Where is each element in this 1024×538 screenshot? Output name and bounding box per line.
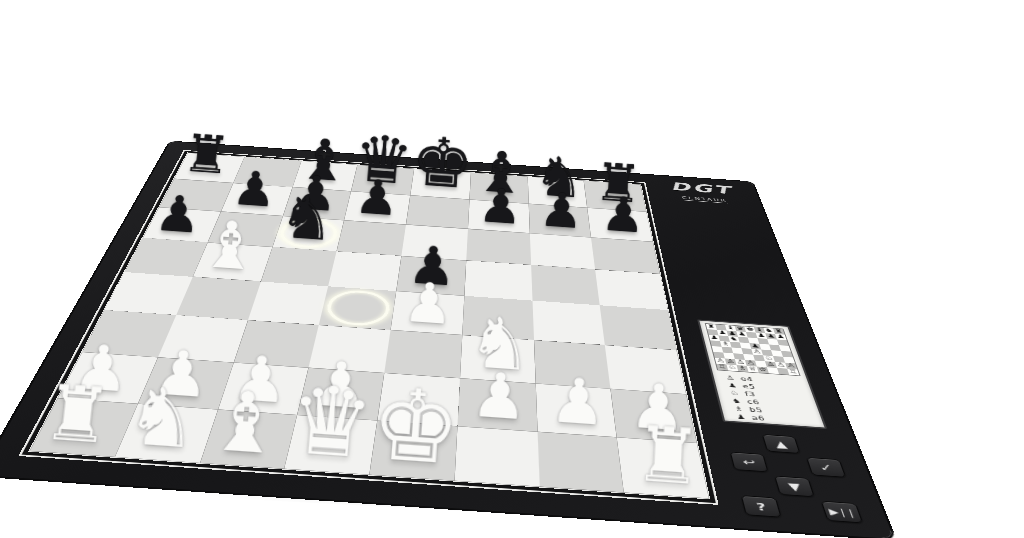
- move-piece-icon: ♟: [734, 413, 749, 421]
- display-piece: ♙: [751, 348, 763, 354]
- display-square-c1: ♗: [737, 365, 749, 372]
- square-b4[interactable]: [176, 277, 260, 320]
- display-square-d5: [740, 342, 752, 348]
- display-piece: ♙: [735, 359, 747, 366]
- display-square-h5: [779, 345, 791, 351]
- display-square-b3: [723, 353, 735, 360]
- display-square-b6: [718, 335, 729, 341]
- square-f5[interactable]: [464, 261, 532, 301]
- display-square-c6: ♞: [728, 336, 739, 342]
- display-piece: ♘: [726, 364, 738, 371]
- white-rook-a1[interactable]: ♜: [39, 374, 115, 454]
- display-square-d6: [738, 337, 750, 343]
- move-text: b5: [748, 406, 763, 414]
- display-square-b1: ♘: [726, 364, 738, 371]
- display-square-h3: [783, 357, 795, 364]
- display-piece: ♛: [734, 325, 745, 331]
- square-e7[interactable]: [406, 195, 469, 228]
- square-h4[interactable]: [600, 305, 677, 349]
- square-c5[interactable]: [260, 247, 336, 286]
- display-piece: ♞: [728, 336, 739, 342]
- display-square-e5: ♟: [749, 343, 761, 349]
- board-frame: ♜♝♛♚♝♞♜♟♟♟♟♟♟♟♞♝♟♟♞♟♟♟♟♟♟♟♜♞♝♛♚♜ DGT CEN…: [0, 141, 894, 538]
- display-piece: ♖: [787, 368, 799, 375]
- play-pause-button[interactable]: ▶❘❘: [821, 501, 864, 524]
- display-piece: ♙: [725, 358, 737, 365]
- white-rook-h1[interactable]: ♜: [632, 416, 703, 497]
- square-f7[interactable]: ♟: [468, 199, 530, 233]
- display-square-b5: ♗: [720, 341, 731, 347]
- pinstripe-inner: ♜♝♛♚♝♞♜♟♟♟♟♟♟♟♞♝♟♟♞♟♟♟♟♟♟♟♜♞♝♛♚♜: [28, 152, 710, 499]
- display-piece: ♙: [785, 362, 797, 369]
- square-h7[interactable]: ♟: [587, 208, 653, 242]
- display-square-b7: ♟: [717, 330, 728, 336]
- black-pawn-f7[interactable]: ♟: [477, 181, 523, 231]
- display-piece: ♟: [749, 343, 761, 349]
- display-square-e3: [753, 355, 765, 362]
- display-square-e7: [746, 332, 757, 338]
- square-d1[interactable]: ♛: [284, 415, 377, 475]
- white-pawn-e4[interactable]: ♟: [401, 274, 455, 333]
- square-h1[interactable]: ♜: [617, 438, 709, 499]
- display-square-a3: [713, 352, 725, 359]
- display-square-h4: [781, 351, 793, 358]
- down-button[interactable]: ▼: [774, 476, 815, 498]
- display-mini-board: ♜♝♛♚♝♞♜♟♟♟♟♟♟♟♞♗♟♙♘♙♙♙♙♙♙♙♖♘♗♕♔♖: [705, 323, 801, 376]
- black-pawn-a6[interactable]: ♟: [153, 188, 203, 241]
- move-text: e5: [742, 383, 757, 390]
- square-g5[interactable]: [531, 265, 600, 305]
- move-piece-icon: ♙: [723, 374, 737, 381]
- display-square-a8: ♜: [706, 324, 717, 330]
- display-square-g8: ♞: [763, 328, 775, 334]
- move-piece-icon: ♗: [731, 405, 746, 413]
- move-text: f3: [744, 391, 756, 398]
- white-pawn-g2[interactable]: ♟: [549, 369, 608, 435]
- display-square-g7: ♟: [765, 333, 777, 339]
- display-square-d3: [743, 354, 755, 361]
- square-c6[interactable]: ♞: [272, 216, 344, 252]
- brand-logo: DGT CENTAUR: [668, 180, 736, 204]
- display-piece: ♙: [765, 361, 777, 368]
- square-d5[interactable]: [328, 252, 401, 292]
- display-move-list: ♙e4♟e5♘f3♞c6♗b5♟a6: [713, 373, 825, 427]
- display-piece: ♟: [726, 330, 737, 336]
- move-text: e4: [740, 375, 754, 382]
- black-pawn-b7[interactable]: ♟: [230, 164, 277, 214]
- chess-board-grid: ♜♝♛♚♝♞♜♟♟♟♟♟♟♟♞♝♟♟♞♟♟♟♟♟♟♟♜♞♝♛♚♜: [30, 153, 709, 499]
- display-square-e8: ♚: [744, 326, 755, 332]
- square-c4[interactable]: [248, 282, 329, 325]
- display-square-f6: [757, 338, 769, 344]
- dgt-logo: DGT: [668, 180, 734, 197]
- display-piece: ♖: [716, 363, 728, 370]
- move-piece-icon: ♟: [725, 382, 739, 389]
- move-piece-icon: ♞: [729, 397, 743, 404]
- display-square-f1: [767, 367, 779, 374]
- display-piece: ♟: [755, 332, 767, 338]
- display-piece: ♙: [745, 359, 757, 366]
- back-button[interactable]: ↩: [730, 452, 769, 473]
- display-piece: ♟: [765, 333, 777, 339]
- square-d4[interactable]: [319, 286, 396, 329]
- white-bishop-b5[interactable]: ♝: [197, 211, 262, 280]
- display-piece: ♜: [773, 328, 785, 334]
- display-square-b4: [722, 347, 734, 353]
- display-piece: ♗: [720, 340, 731, 346]
- display-piece: ♝: [754, 327, 765, 333]
- display-square-e2: [755, 361, 767, 368]
- display-square-d2: ♙: [745, 360, 757, 367]
- display-square-f5: [759, 344, 771, 350]
- display-square-e1: ♔: [757, 367, 769, 374]
- display-square-d4: [741, 348, 753, 355]
- black-king-e8[interactable]: ♚: [409, 127, 476, 199]
- centaur-wordmark: CENTAUR: [681, 196, 728, 204]
- product-photo-scene: ♜♝♛♚♝♞♜♟♟♟♟♟♟♟♞♝♟♟♞♟♟♟♟♟♟♟♜♞♝♛♚♜ DGT CEN…: [0, 0, 1024, 538]
- display-piece: ♙: [775, 361, 787, 368]
- black-rook-a8[interactable]: ♜: [180, 127, 232, 182]
- display-piece: ♔: [757, 366, 769, 373]
- pinstripe-outer: ♜♝♛♚♝♞♜♟♟♟♟♟♟♟♞♝♟♟♞♟♟♟♟♟♟♟♜♞♝♛♚♜: [18, 150, 718, 505]
- white-knight-b1[interactable]: ♞: [122, 375, 202, 460]
- white-pawn-f2[interactable]: ♟: [469, 364, 529, 430]
- display-square-a4: [712, 346, 723, 352]
- display-square-d8: ♛: [735, 326, 746, 332]
- move-text: a6: [751, 414, 766, 422]
- display-square-e4: ♙: [751, 349, 763, 356]
- display-square-f7: ♟: [756, 333, 768, 339]
- led-ring-d4: [323, 289, 392, 328]
- display-square-f8: ♝: [754, 327, 765, 333]
- display-square-a6: ♟: [709, 335, 720, 341]
- control-buttons: ▲↩✓▼?▶❘❘: [725, 431, 864, 523]
- display-square-a1: ♖: [716, 364, 728, 371]
- move-text: c6: [746, 398, 760, 405]
- display-square-c7: ♟: [727, 331, 738, 337]
- display-square-h8: ♜: [773, 328, 785, 334]
- display-square-h1: ♖: [787, 369, 799, 376]
- square-h5[interactable]: [595, 270, 667, 310]
- black-pawn-h7[interactable]: ♟: [600, 190, 645, 240]
- confirm-button[interactable]: ✓: [806, 457, 846, 478]
- display-square-c5: [730, 342, 742, 348]
- display-square-b8: [715, 324, 726, 330]
- square-g4[interactable]: [532, 301, 605, 345]
- help-button[interactable]: ?: [741, 495, 782, 517]
- display-square-c2: ♙: [735, 359, 747, 366]
- white-king-e1[interactable]: ♚: [367, 374, 463, 480]
- black-pawn-g7[interactable]: ♟: [539, 186, 585, 236]
- square-f1[interactable]: [454, 426, 539, 486]
- display-square-g1: [777, 368, 789, 375]
- display-piece: ♚: [744, 326, 755, 332]
- square-e1[interactable]: ♚: [369, 421, 457, 481]
- epaper-display: ♜♝♛♚♝♞♜♟♟♟♟♟♟♟♞♗♟♙♘♙♙♙♙♙♙♙♖♘♗♕♔♖ ♙e4♟e5♘…: [697, 319, 827, 429]
- display-piece: ♟: [717, 329, 728, 335]
- display-piece: ♞: [763, 327, 775, 333]
- display-piece: ♝: [725, 325, 736, 331]
- white-bishop-c1[interactable]: ♝: [205, 379, 286, 467]
- display-piece: ♟: [736, 331, 747, 337]
- display-square-d1: ♕: [747, 366, 759, 373]
- display-square-g5: [769, 344, 781, 350]
- square-g7[interactable]: ♟: [528, 204, 591, 238]
- display-square-a5: [710, 340, 721, 346]
- display-piece: ♜: [706, 323, 717, 329]
- display-square-c4: [731, 347, 743, 353]
- display-square-g3: [773, 356, 785, 363]
- display-square-a7: [707, 329, 718, 335]
- white-queen-d1[interactable]: ♛: [285, 373, 377, 474]
- display-square-a2: ♙: [715, 358, 727, 365]
- move-piece-icon: ♘: [727, 389, 741, 396]
- display-piece: ♗: [736, 365, 748, 372]
- square-c1[interactable]: ♝: [200, 410, 298, 469]
- black-pawn-d7[interactable]: ♟: [354, 173, 401, 223]
- dgt-centaur-board: ♜♝♛♚♝♞♜♟♟♟♟♟♟♟♞♝♟♟♞♟♟♟♟♟♟♟♜♞♝♛♚♜ DGT CEN…: [0, 141, 894, 538]
- display-square-f3: ♘: [763, 355, 775, 362]
- display-square-d7: ♟: [736, 331, 747, 337]
- square-a4[interactable]: [105, 272, 193, 315]
- display-square-c3: [733, 353, 745, 360]
- display-piece: ♟: [709, 334, 720, 340]
- square-e4[interactable]: ♟: [391, 291, 465, 335]
- display-square-c8: ♝: [725, 325, 736, 331]
- square-d6[interactable]: [337, 220, 406, 256]
- display-piece: ♟: [775, 333, 787, 339]
- square-f2[interactable]: ♟: [457, 378, 537, 432]
- square-f6[interactable]: [466, 229, 531, 266]
- square-d7[interactable]: ♟: [344, 191, 410, 224]
- display-square-h2: ♙: [785, 363, 797, 370]
- square-b1[interactable]: ♞: [115, 404, 218, 463]
- display-piece: ♙: [715, 357, 727, 364]
- display-square-h6: [777, 340, 789, 346]
- display-square-g2: ♙: [775, 362, 787, 369]
- up-button[interactable]: ▲: [762, 434, 801, 454]
- square-h6[interactable]: [591, 237, 660, 274]
- display-square-b2: ♙: [725, 358, 737, 365]
- display-square-g4: [771, 350, 783, 357]
- square-b5[interactable]: ♝: [193, 243, 272, 282]
- square-g6[interactable]: [529, 233, 595, 270]
- display-piece: ♕: [747, 365, 759, 372]
- display-square-f4: [761, 350, 773, 357]
- display-square-e6: [748, 337, 760, 343]
- display-square-f2: ♙: [765, 361, 777, 368]
- square-g1[interactable]: [537, 432, 624, 493]
- black-knight-c6[interactable]: ♞: [277, 186, 337, 250]
- square-e8[interactable]: ♚: [410, 169, 470, 200]
- display-square-h7: ♟: [775, 334, 787, 340]
- square-g2[interactable]: ♟: [535, 383, 617, 437]
- display-piece: ♘: [763, 355, 775, 362]
- display-square-g6: [767, 339, 779, 345]
